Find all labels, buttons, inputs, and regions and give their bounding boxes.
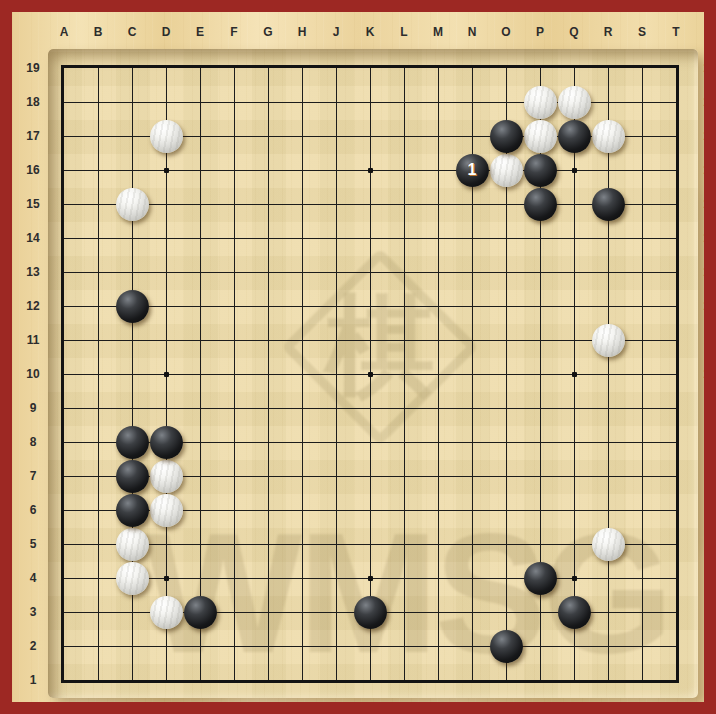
go-board-grid[interactable]: 1 bbox=[61, 65, 679, 683]
stone-black-O17[interactable] bbox=[490, 120, 523, 153]
stone-black-E3[interactable] bbox=[184, 596, 217, 629]
coord-label-top-A: A bbox=[53, 24, 75, 40]
grid-line-horizontal bbox=[64, 578, 676, 579]
coord-label-bottom-T: T bbox=[665, 702, 687, 714]
coord-label-top-D: D bbox=[155, 24, 177, 40]
coord-label-right-9: 9 bbox=[699, 400, 716, 416]
grid-line-vertical bbox=[98, 68, 99, 680]
coord-label-bottom-P: P bbox=[529, 702, 551, 714]
coord-label-left-6: 6 bbox=[22, 502, 44, 518]
star-point bbox=[368, 168, 373, 173]
coord-label-top-Q: Q bbox=[563, 24, 585, 40]
stone-white-C5[interactable] bbox=[116, 528, 149, 561]
coord-label-left-9: 9 bbox=[22, 400, 44, 416]
stone-black-R15[interactable] bbox=[592, 188, 625, 221]
coord-label-right-16: 16 bbox=[699, 162, 716, 178]
grid-line-vertical bbox=[234, 68, 235, 680]
star-point bbox=[164, 576, 169, 581]
coord-label-top-M: M bbox=[427, 24, 449, 40]
grid-line-horizontal bbox=[64, 646, 676, 647]
coord-label-left-2: 2 bbox=[22, 638, 44, 654]
coord-label-right-15: 15 bbox=[699, 196, 716, 212]
coord-label-left-3: 3 bbox=[22, 604, 44, 620]
coord-label-bottom-Q: Q bbox=[563, 702, 585, 714]
stone-black-P4[interactable] bbox=[524, 562, 557, 595]
coord-label-right-17: 17 bbox=[699, 128, 716, 144]
stone-white-D3[interactable] bbox=[150, 596, 183, 629]
coord-label-top-N: N bbox=[461, 24, 483, 40]
stone-black-C8[interactable] bbox=[116, 426, 149, 459]
grid-line-vertical bbox=[302, 68, 303, 680]
grid-line-horizontal bbox=[64, 238, 676, 239]
grid-line-horizontal bbox=[64, 340, 676, 341]
grid-line-horizontal bbox=[64, 544, 676, 545]
coord-label-bottom-D: D bbox=[155, 702, 177, 714]
coord-label-top-S: S bbox=[631, 24, 653, 40]
go-board-window: 棋 WMSG 1 AABBCCDDEEFFGGHHJJKKLLMMNNOOPPQ… bbox=[0, 0, 716, 714]
stone-white-D6[interactable] bbox=[150, 494, 183, 527]
coord-label-right-13: 13 bbox=[699, 264, 716, 280]
grid-line-vertical bbox=[574, 68, 575, 680]
stone-black-Q3[interactable] bbox=[558, 596, 591, 629]
coord-label-top-G: G bbox=[257, 24, 279, 40]
coord-label-left-19: 19 bbox=[22, 60, 44, 76]
stone-black-Q17[interactable] bbox=[558, 120, 591, 153]
stone-black-P16[interactable] bbox=[524, 154, 557, 187]
coord-label-left-10: 10 bbox=[22, 366, 44, 382]
grid-line-vertical bbox=[608, 68, 609, 680]
coord-label-bottom-O: O bbox=[495, 702, 517, 714]
coord-label-right-2: 2 bbox=[699, 638, 716, 654]
coord-label-top-H: H bbox=[291, 24, 313, 40]
coord-label-top-C: C bbox=[121, 24, 143, 40]
coord-label-right-5: 5 bbox=[699, 536, 716, 552]
stone-white-O16[interactable] bbox=[490, 154, 523, 187]
coord-label-left-12: 12 bbox=[22, 298, 44, 314]
coord-label-left-18: 18 bbox=[22, 94, 44, 110]
grid-line-horizontal bbox=[64, 374, 676, 375]
coord-label-top-E: E bbox=[189, 24, 211, 40]
stone-black-P15[interactable] bbox=[524, 188, 557, 221]
stone-white-D7[interactable] bbox=[150, 460, 183, 493]
coord-label-right-8: 8 bbox=[699, 434, 716, 450]
grid-line-horizontal bbox=[64, 272, 676, 273]
stone-black-O2[interactable] bbox=[490, 630, 523, 663]
star-point bbox=[572, 576, 577, 581]
stone-white-D17[interactable] bbox=[150, 120, 183, 153]
grid-line-horizontal bbox=[64, 408, 676, 409]
coord-label-right-7: 7 bbox=[699, 468, 716, 484]
grid-line-horizontal bbox=[64, 170, 676, 171]
coord-label-top-T: T bbox=[665, 24, 687, 40]
coord-label-right-4: 4 bbox=[699, 570, 716, 586]
stone-white-C4[interactable] bbox=[116, 562, 149, 595]
coord-label-bottom-A: A bbox=[53, 702, 75, 714]
coord-label-bottom-H: H bbox=[291, 702, 313, 714]
coord-label-left-11: 11 bbox=[22, 332, 44, 348]
coord-label-left-13: 13 bbox=[22, 264, 44, 280]
coord-label-left-5: 5 bbox=[22, 536, 44, 552]
coord-label-top-R: R bbox=[597, 24, 619, 40]
grid-line-horizontal bbox=[64, 204, 676, 205]
coord-label-left-4: 4 bbox=[22, 570, 44, 586]
star-point bbox=[572, 372, 577, 377]
coord-label-bottom-N: N bbox=[461, 702, 483, 714]
star-point bbox=[368, 372, 373, 377]
grid-line-vertical bbox=[404, 68, 405, 680]
coord-label-top-P: P bbox=[529, 24, 551, 40]
coord-label-right-12: 12 bbox=[699, 298, 716, 314]
coord-label-bottom-R: R bbox=[597, 702, 619, 714]
coord-label-right-3: 3 bbox=[699, 604, 716, 620]
stone-black-C6[interactable] bbox=[116, 494, 149, 527]
coord-label-bottom-K: K bbox=[359, 702, 381, 714]
coord-label-left-1: 1 bbox=[22, 672, 44, 688]
grid-line-vertical bbox=[200, 68, 201, 680]
grid-line-vertical bbox=[166, 68, 167, 680]
coord-label-bottom-F: F bbox=[223, 702, 245, 714]
coord-label-top-B: B bbox=[87, 24, 109, 40]
coord-label-right-6: 6 bbox=[699, 502, 716, 518]
coord-label-bottom-C: C bbox=[121, 702, 143, 714]
move-number-label: 1 bbox=[468, 161, 477, 179]
stone-white-R5[interactable] bbox=[592, 528, 625, 561]
coord-label-bottom-L: L bbox=[393, 702, 415, 714]
coord-label-left-14: 14 bbox=[22, 230, 44, 246]
stone-black-K3[interactable] bbox=[354, 596, 387, 629]
coord-label-right-1: 1 bbox=[699, 672, 716, 688]
grid-line-vertical bbox=[642, 68, 643, 680]
coord-label-right-18: 18 bbox=[699, 94, 716, 110]
coord-label-left-8: 8 bbox=[22, 434, 44, 450]
coord-label-bottom-B: B bbox=[87, 702, 109, 714]
coord-label-left-17: 17 bbox=[22, 128, 44, 144]
coord-label-top-F: F bbox=[223, 24, 245, 40]
star-point bbox=[164, 168, 169, 173]
star-point bbox=[368, 576, 373, 581]
coord-label-top-O: O bbox=[495, 24, 517, 40]
coord-label-top-L: L bbox=[393, 24, 415, 40]
coord-label-right-14: 14 bbox=[699, 230, 716, 246]
grid-line-vertical bbox=[370, 68, 371, 680]
star-point bbox=[572, 168, 577, 173]
coord-label-left-16: 16 bbox=[22, 162, 44, 178]
stone-black-C12[interactable] bbox=[116, 290, 149, 323]
coord-label-top-J: J bbox=[325, 24, 347, 40]
stone-black-C7[interactable] bbox=[116, 460, 149, 493]
coord-label-left-15: 15 bbox=[22, 196, 44, 212]
coord-label-left-7: 7 bbox=[22, 468, 44, 484]
coord-label-bottom-S: S bbox=[631, 702, 653, 714]
star-point bbox=[164, 372, 169, 377]
grid-line-vertical bbox=[268, 68, 269, 680]
coord-label-right-11: 11 bbox=[699, 332, 716, 348]
coord-label-bottom-E: E bbox=[189, 702, 211, 714]
grid-line-horizontal bbox=[64, 306, 676, 307]
stone-white-P17[interactable] bbox=[524, 120, 557, 153]
coord-label-bottom-M: M bbox=[427, 702, 449, 714]
coord-label-bottom-G: G bbox=[257, 702, 279, 714]
stone-black-N16[interactable]: 1 bbox=[456, 154, 489, 187]
coord-label-right-19: 19 bbox=[699, 60, 716, 76]
grid-line-vertical bbox=[336, 68, 337, 680]
stone-white-R17[interactable] bbox=[592, 120, 625, 153]
stone-white-R11[interactable] bbox=[592, 324, 625, 357]
stone-white-P18[interactable] bbox=[524, 86, 557, 119]
stone-white-C15[interactable] bbox=[116, 188, 149, 221]
stone-white-Q18[interactable] bbox=[558, 86, 591, 119]
stone-black-D8[interactable] bbox=[150, 426, 183, 459]
grid-line-vertical bbox=[438, 68, 439, 680]
coord-label-top-K: K bbox=[359, 24, 381, 40]
coord-label-bottom-J: J bbox=[325, 702, 347, 714]
coord-label-right-10: 10 bbox=[699, 366, 716, 382]
